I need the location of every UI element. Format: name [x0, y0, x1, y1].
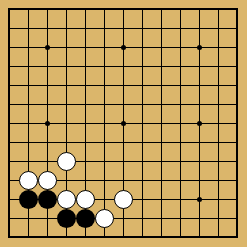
- white-stone[interactable]: [38, 171, 57, 190]
- black-stone[interactable]: [19, 190, 38, 209]
- go-board-diagram: [0, 0, 247, 247]
- go-board[interactable]: [0, 0, 247, 247]
- black-stone[interactable]: [76, 209, 95, 228]
- white-stone[interactable]: [76, 190, 95, 209]
- white-stone[interactable]: [57, 152, 76, 171]
- white-stone[interactable]: [95, 209, 114, 228]
- white-stone[interactable]: [19, 171, 38, 190]
- white-stone[interactable]: [114, 190, 133, 209]
- black-stone[interactable]: [57, 209, 76, 228]
- black-stone[interactable]: [38, 190, 57, 209]
- white-stone[interactable]: [57, 190, 76, 209]
